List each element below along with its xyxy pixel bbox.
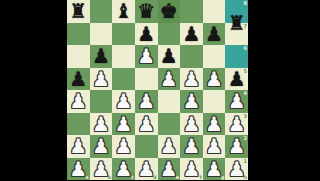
black-pawn-f7[interactable]: ♟	[180, 23, 203, 46]
black-queen-d8[interactable]: ♛	[135, 0, 158, 23]
white-pawn-a1[interactable]: ♟	[67, 158, 90, 181]
white-pawn-b5[interactable]: ♟	[90, 68, 113, 91]
white-pawn-f2[interactable]: ♟	[180, 135, 203, 158]
white-pawn-b2[interactable]: ♟	[90, 135, 113, 158]
white-pawn-d4[interactable]: ♟	[135, 90, 158, 113]
white-pawn-h1[interactable]: ♟	[225, 158, 248, 181]
white-pawn-a4[interactable]: ♟	[67, 90, 90, 113]
white-pawn-c1[interactable]: ♟	[112, 158, 135, 181]
black-bishop-c8[interactable]: ♝	[112, 0, 135, 23]
white-pawn-h4[interactable]: ♟	[225, 90, 248, 113]
letterbox-right	[248, 0, 320, 180]
black-rook-h6-animating[interactable]: ♜	[225, 11, 248, 34]
white-pawn-c2[interactable]: ♟	[112, 135, 135, 158]
black-pawn-g7[interactable]: ♟	[203, 23, 226, 46]
white-pawn-d1[interactable]: ♟	[135, 158, 158, 181]
white-pawn-e1[interactable]: ♟	[158, 158, 181, 181]
black-king-e8[interactable]: ♚	[158, 0, 181, 23]
white-pawn-g3[interactable]: ♟	[203, 113, 226, 136]
white-pawn-g2[interactable]: ♟	[203, 135, 226, 158]
white-pawn-f5[interactable]: ♟	[180, 68, 203, 91]
white-pawn-h2[interactable]: ♟	[225, 135, 248, 158]
black-rook-a8[interactable]: ♜	[67, 0, 90, 23]
letterbox-left	[0, 0, 67, 180]
black-pawn-h5[interactable]: ♟	[225, 68, 248, 91]
white-pawn-f1[interactable]: ♟	[180, 158, 203, 181]
black-pawn-d7[interactable]: ♟	[135, 23, 158, 46]
chess-board: 8765432abcdefg1h ♜♝♛♚♜♟♟♟♟♟♟♟♟♟♟♟♟♟♟♟♟♟♟…	[67, 0, 248, 180]
white-pawn-b3[interactable]: ♟	[90, 113, 113, 136]
white-pawn-f4[interactable]: ♟	[180, 90, 203, 113]
white-pawn-d6[interactable]: ♟	[135, 45, 158, 68]
black-pawn-b6[interactable]: ♟	[90, 45, 113, 68]
black-pawn-e6[interactable]: ♟	[158, 45, 181, 68]
white-pawn-a2[interactable]: ♟	[67, 135, 90, 158]
white-pawn-e2[interactable]: ♟	[158, 135, 181, 158]
white-pawn-g1[interactable]: ♟	[203, 158, 226, 181]
white-pawn-e5[interactable]: ♟	[158, 68, 181, 91]
white-pawn-f3[interactable]: ♟	[180, 113, 203, 136]
black-pawn-a5[interactable]: ♟	[67, 68, 90, 91]
white-pawn-c4[interactable]: ♟	[112, 90, 135, 113]
white-pawn-h3[interactable]: ♟	[225, 113, 248, 136]
white-pawn-g5[interactable]: ♟	[203, 68, 226, 91]
white-pawn-c3[interactable]: ♟	[112, 113, 135, 136]
white-pawn-d3[interactable]: ♟	[135, 113, 158, 136]
white-pawn-b1[interactable]: ♟	[90, 158, 113, 181]
board-pieces: ♜♝♛♚♜♟♟♟♟♟♟♟♟♟♟♟♟♟♟♟♟♟♟♟♟♟♟♟♟♟♟♟♟♟♟♟♟♟♟♟…	[67, 0, 248, 180]
